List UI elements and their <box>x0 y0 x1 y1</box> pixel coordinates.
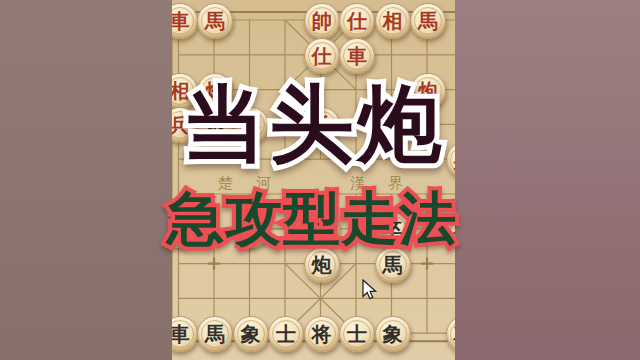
piece-black-general[interactable]: 将 <box>304 316 340 352</box>
piece-glyph: 馬 <box>205 11 225 31</box>
piece-black-elephant[interactable]: 象 <box>233 316 269 352</box>
overlay-title-main-text: 当头炮 <box>182 75 446 173</box>
piece-glyph: 帥 <box>312 11 332 31</box>
right-letterbox-bar <box>455 0 640 360</box>
piece-glyph: 車 <box>347 46 367 66</box>
piece-glyph: 象 <box>241 324 261 344</box>
piece-glyph: 馬 <box>418 11 438 31</box>
piece-black-horse[interactable]: 馬 <box>197 316 233 352</box>
left-letterbox-bar <box>0 0 172 360</box>
piece-red-horse[interactable]: 馬 <box>410 3 446 39</box>
piece-red-chariot[interactable]: 車 <box>339 38 375 74</box>
piece-red-general[interactable]: 帥 <box>304 3 340 39</box>
piece-glyph: 仕 <box>347 11 367 31</box>
piece-red-elephant[interactable]: 相 <box>375 3 411 39</box>
piece-glyph: 炮 <box>312 255 332 275</box>
piece-black-advisor[interactable]: 士 <box>268 316 304 352</box>
piece-red-advisor[interactable]: 仕 <box>304 38 340 74</box>
xiangqi-board[interactable]: 楚 河 漢 界 車馬帥仕相馬仕車相炮炮兵兵兵兵兵炮卒卒卒卒卒炮馬車馬象士将士象車 <box>172 0 455 360</box>
piece-black-cannon[interactable]: 炮 <box>304 247 340 283</box>
piece-red-advisor[interactable]: 仕 <box>339 3 375 39</box>
piece-black-advisor[interactable]: 士 <box>339 316 375 352</box>
piece-glyph: 士 <box>347 324 367 344</box>
piece-glyph: 仕 <box>312 46 332 66</box>
video-frame: 楚 河 漢 界 車馬帥仕相馬仕車相炮炮兵兵兵兵兵炮卒卒卒卒卒炮馬車馬象士将士象車… <box>0 0 640 360</box>
overlay-title-sub-text: 急攻型走法 <box>167 185 457 251</box>
piece-glyph: 象 <box>383 324 403 344</box>
overlay-title-main: 当头炮 当头炮 <box>172 82 455 166</box>
piece-glyph: 相 <box>383 11 403 31</box>
piece-glyph: 将 <box>312 324 332 344</box>
overlay-title-sub: 急攻型走法 急攻型走法 <box>166 190 458 247</box>
piece-glyph: 車 <box>454 324 456 344</box>
piece-red-horse[interactable]: 馬 <box>197 3 233 39</box>
piece-glyph: 車 <box>172 11 190 31</box>
piece-black-elephant[interactable]: 象 <box>375 316 411 352</box>
piece-glyph: 馬 <box>205 324 225 344</box>
piece-black-horse[interactable]: 馬 <box>375 247 411 283</box>
piece-glyph: 士 <box>276 324 296 344</box>
piece-glyph: 馬 <box>383 255 403 275</box>
mouse-cursor-icon <box>362 279 380 303</box>
piece-glyph: 車 <box>172 324 190 344</box>
